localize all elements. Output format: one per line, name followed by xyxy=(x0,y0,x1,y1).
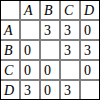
cell-c-b: 0 xyxy=(41,61,59,79)
cell-d-b: 0 xyxy=(41,81,59,99)
cell-a-b: 3 xyxy=(41,21,59,39)
cell-a-d: 0 xyxy=(81,21,99,39)
cell-d-d xyxy=(81,81,99,99)
row-header-b: B xyxy=(1,41,19,59)
cell-b-a: 0 xyxy=(21,41,39,59)
cell-b-d: 3 xyxy=(81,41,99,59)
row-header-d: D xyxy=(1,81,19,99)
corner-cell xyxy=(1,1,19,19)
row-header-a: A xyxy=(1,21,19,39)
col-header-c: C xyxy=(61,1,79,19)
cell-d-c: 3 xyxy=(61,81,79,99)
cell-c-d: 0 xyxy=(81,61,99,79)
matrix-table: A B C D A 3 3 0 B 0 3 3 C 0 0 0 D 3 0 3 xyxy=(0,0,100,100)
cell-b-c: 3 xyxy=(61,41,79,59)
col-header-d: D xyxy=(81,1,99,19)
cell-c-c xyxy=(61,61,79,79)
row-header-c: C xyxy=(1,61,19,79)
cell-a-a xyxy=(21,21,39,39)
cell-b-b xyxy=(41,41,59,59)
col-header-b: B xyxy=(41,1,59,19)
cell-d-a: 3 xyxy=(21,81,39,99)
cell-c-a: 0 xyxy=(21,61,39,79)
col-header-a: A xyxy=(21,1,39,19)
cell-a-c: 3 xyxy=(61,21,79,39)
